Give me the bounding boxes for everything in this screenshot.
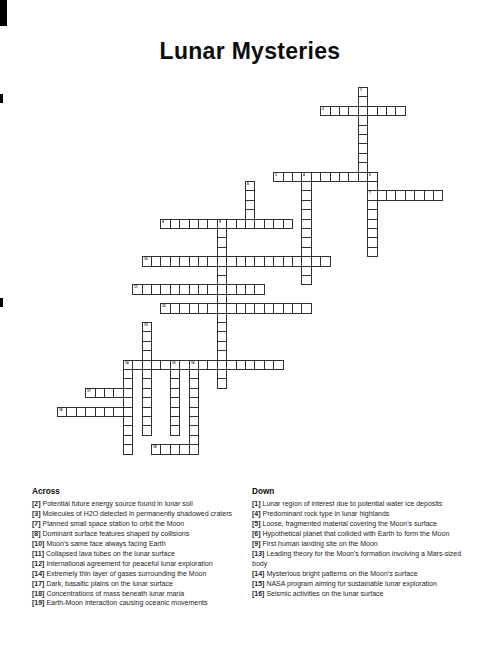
scan-artifact	[0, 94, 3, 103]
clue-down-15: [15] NASA program aiming for sustainable…	[252, 579, 472, 589]
clue-number: 7	[369, 191, 371, 194]
crossword-grid: 12345768910111213141516171819	[57, 87, 444, 455]
clue-number: 12	[162, 304, 166, 307]
clue-down-13: [13] Leading theory for the Moon's forma…	[252, 549, 472, 569]
grid-cell[interactable]	[207, 303, 217, 313]
grid-cell[interactable]	[320, 256, 330, 266]
grid-cell[interactable]	[179, 444, 189, 454]
grid-cell[interactable]	[367, 247, 377, 257]
clue-down-4: [4] Predominant rock type in lunar highl…	[252, 509, 472, 519]
scan-artifact	[0, 298, 3, 307]
clue-down-14: [14] Mysterious bright patterns on the M…	[252, 569, 472, 579]
down-header: Down	[252, 487, 472, 497]
clue-number: 14	[125, 361, 129, 364]
clue-across-10: [10] Moon's same face always facing Eart…	[32, 539, 238, 549]
clue-number: 16	[191, 361, 195, 364]
clue-down-1: [1] Lunar region of interest due to pote…	[252, 499, 472, 509]
clue-number: 15	[172, 361, 176, 364]
grid-cell[interactable]	[301, 303, 311, 313]
grid-cell[interactable]	[395, 106, 405, 116]
clue-across-8: [8] Dominant surface features shaped by …	[32, 529, 238, 539]
clue-number: 1	[360, 88, 362, 91]
across-clue-list: [2] Potential future energy source found…	[32, 499, 238, 608]
grid-cell[interactable]	[292, 256, 302, 266]
down-clue-list: [1] Lunar region of interest due to pote…	[252, 499, 472, 598]
clue-across-18: [18] Concentrations of mass beneath luna…	[32, 589, 238, 599]
grid-cell[interactable]	[236, 219, 246, 229]
clue-down-16: [16] Seismic activities on the lunar sur…	[252, 589, 472, 599]
clue-number: 18	[59, 408, 63, 411]
clue-number: 17	[87, 389, 91, 392]
worksheet-page: { "title": "Lunar Mysteries", "game": "c…	[0, 0, 500, 647]
scan-artifact	[0, 0, 7, 26]
clue-number: 9	[219, 220, 221, 223]
grid-cell[interactable]	[142, 425, 152, 435]
across-clues-section: Across [2] Potential future energy sourc…	[32, 487, 238, 608]
grid-cell[interactable]	[132, 360, 142, 370]
clue-number: 11	[134, 285, 137, 288]
down-clues-section: Down [1] Lunar region of interest due to…	[252, 487, 472, 598]
clue-number: 19	[153, 445, 157, 448]
grid-cell[interactable]	[348, 106, 358, 116]
grid-cell[interactable]	[273, 360, 283, 370]
grid-cell[interactable]	[348, 172, 358, 182]
clue-number: 4	[303, 173, 305, 176]
grid-cell[interactable]	[433, 190, 443, 200]
clue-down-9: [9] First human landing site on the Moon	[252, 539, 472, 549]
grid-cell[interactable]	[301, 275, 311, 285]
clue-across-2: [2] Potential future energy source found…	[32, 499, 238, 509]
clue-number: 10	[144, 257, 148, 260]
grid-cell[interactable]	[207, 284, 217, 294]
grid-cell[interactable]	[217, 378, 227, 388]
clue-down-5: [5] Loose, fragmented material covering …	[252, 519, 472, 529]
grid-cell[interactable]	[113, 407, 123, 417]
clue-across-17: [17] Dark, basaltic plains on the lunar …	[32, 579, 238, 589]
clue-across-19: [19] Earth-Moon interaction causing ocea…	[32, 598, 238, 608]
clue-across-12: [12] International agreement for peacefu…	[32, 559, 238, 569]
grid-cell[interactable]	[170, 425, 180, 435]
clue-across-14: [14] Extremely thin layer of gases surro…	[32, 569, 238, 579]
grid-cell[interactable]	[113, 388, 123, 398]
puzzle-title: Lunar Mysteries	[0, 38, 500, 65]
grid-cell[interactable]	[207, 360, 217, 370]
clue-number: 8	[162, 220, 164, 223]
clue-down-6: [6] Hypothetical planet that collided wi…	[252, 529, 472, 539]
grid-cell[interactable]	[189, 444, 199, 454]
grid-cell[interactable]	[283, 219, 293, 229]
clue-across-11: [11] Collapsed lava tubes on the lunar s…	[32, 549, 238, 559]
grid-cell[interactable]	[254, 284, 264, 294]
clue-number: 3	[275, 173, 277, 176]
grid-cell[interactable]	[207, 256, 217, 266]
clue-number: 6	[247, 182, 249, 185]
clue-number: 5	[369, 173, 371, 176]
clue-number: 13	[144, 323, 148, 326]
clue-across-7: [7] Planned small space station to orbit…	[32, 519, 238, 529]
clue-number: 2	[322, 107, 324, 110]
grid-cell[interactable]	[123, 444, 133, 454]
clue-across-3: [3] Molecules of H2O detected in permane…	[32, 509, 238, 519]
across-header: Across	[32, 487, 238, 497]
